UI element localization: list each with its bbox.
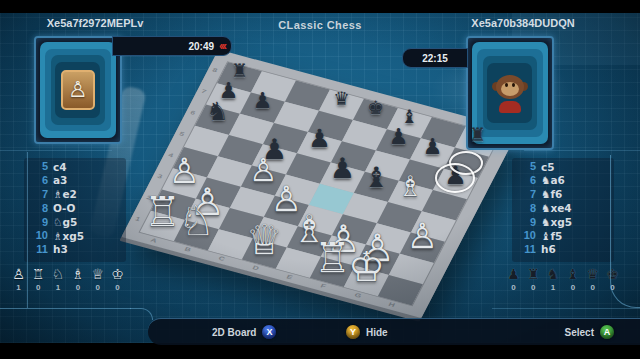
- captured-count: 0: [115, 283, 119, 292]
- monkey-avatar-icon: [493, 73, 527, 113]
- move-text: c5: [541, 162, 555, 173]
- white-bishop-g5[interactable]: ♗: [398, 173, 423, 201]
- rank-label-1: 1: [134, 216, 141, 223]
- x-button-icon[interactable]: X: [262, 325, 276, 339]
- pawn-icon: ♟: [507, 266, 520, 282]
- move-text: ♗xg5: [53, 231, 84, 242]
- file-label-D: D: [251, 264, 260, 271]
- captured-count: 1: [551, 283, 555, 292]
- move-row-right-8: 8♞xe4: [512, 201, 614, 215]
- black-king-e8[interactable]: ♚: [367, 99, 384, 118]
- move-list-left: 5c46a37♗e28O-O9♘g510♗xg511h3: [24, 158, 126, 257]
- queen-icon: ♛: [586, 266, 599, 282]
- captured-slot-queen: ♛0: [584, 266, 601, 292]
- right-top-line: [524, 150, 640, 151]
- a-button-icon[interactable]: A: [600, 325, 614, 339]
- pawn-icon: ♙: [12, 266, 25, 282]
- left-top-line: [0, 150, 112, 151]
- move-number: 10: [512, 230, 536, 241]
- active-clock-indicator: ‹‹‹: [219, 40, 225, 52]
- rank-label-8: 8: [211, 67, 218, 74]
- queen-icon: ♕: [91, 266, 104, 282]
- captured-count: 0: [590, 283, 594, 292]
- rank-label-6: 6: [189, 109, 196, 116]
- black-pawn-d6[interactable]: ♟: [308, 127, 331, 152]
- move-text: ♞f6: [541, 189, 562, 200]
- black-queen-d8[interactable]: ♛: [333, 90, 350, 109]
- bishop-icon: ♝: [567, 266, 580, 282]
- move-row-right-9: 9♞xg5: [512, 215, 614, 229]
- board-2d-label: 2D Board: [212, 327, 256, 338]
- player-left-clock: 20:49 ‹‹‹: [112, 36, 232, 56]
- move-row-left-5: 5c4: [24, 160, 126, 174]
- move-row-left-11: 11h3: [24, 243, 126, 257]
- move-row-left-7: 7♗e2: [24, 188, 126, 202]
- move-text: ♝f5: [541, 231, 562, 242]
- move-row-right-7: 7♞f6: [512, 188, 614, 202]
- black-pawn-g7[interactable]: ♟: [423, 136, 443, 158]
- move-row-right-11: 11h6: [512, 243, 614, 257]
- move-number: 6: [512, 175, 536, 186]
- left-panel-divider: [27, 152, 28, 308]
- file-label-E: E: [285, 274, 293, 281]
- captured-count: 0: [511, 283, 515, 292]
- file-label-G: G: [353, 292, 362, 299]
- white-rook-a1[interactable]: ♖: [144, 192, 181, 233]
- captured-count: 1: [56, 283, 60, 292]
- captured-slot-rook: ♖0: [30, 266, 47, 292]
- y-button-icon[interactable]: Y: [346, 325, 360, 339]
- captured-count: 0: [95, 283, 99, 292]
- move-number: 8: [512, 203, 536, 214]
- rank-label-5: 5: [178, 131, 185, 138]
- move-number: 5: [512, 161, 536, 172]
- captured-slot-bishop: ♝0: [564, 266, 581, 292]
- captured-count: 0: [76, 283, 80, 292]
- clock-left-time: 20:49: [188, 41, 214, 52]
- player-left-name: Xe5a7f2972MEPLv: [10, 17, 180, 29]
- move-row-left-6: 6a3: [24, 174, 126, 188]
- file-label-H: H: [387, 301, 396, 308]
- move-row-left-9: 9♘g5: [24, 215, 126, 229]
- move-text: h6: [541, 244, 556, 255]
- player-left-avatar-card: ♙: [34, 36, 122, 144]
- black-pawn-e5[interactable]: ♟: [330, 154, 355, 182]
- white-king-g1[interactable]: ♔: [348, 247, 385, 288]
- white-pawn-h3[interactable]: ♙: [407, 219, 438, 254]
- white-queen-d1[interactable]: ♕: [246, 220, 283, 261]
- captured-slot-pawn: ♟0: [505, 266, 522, 292]
- black-knight-a6[interactable]: ♞: [206, 99, 229, 124]
- knight-icon: ♘: [52, 266, 65, 282]
- captured-count: 0: [531, 283, 535, 292]
- move-text: ♞xg5: [541, 217, 572, 228]
- move-row-left-8: 8O-O: [24, 201, 126, 215]
- rank-label-7: 7: [200, 88, 207, 95]
- move-text: ♘g5: [53, 217, 77, 228]
- black-pawn-f7[interactable]: ♟: [389, 126, 409, 148]
- black-rook-h8[interactable]: ♜: [469, 126, 486, 145]
- move-list-left-panel: 5c46a37♗e28O-O9♘g510♗xg511h3: [24, 158, 126, 262]
- file-label-A: A: [149, 237, 158, 244]
- page-title: CLassic Chess: [230, 19, 410, 31]
- right-panel-curve: [610, 155, 640, 308]
- left-bottom-line: [0, 308, 131, 309]
- captured-count: 0: [36, 283, 40, 292]
- file-label-F: F: [319, 283, 327, 290]
- captured-tray-black: ♟0♜0♞1♝0♛0♚0: [505, 266, 621, 292]
- captured-slot-knight: ♘1: [50, 266, 67, 292]
- move-number: 7: [512, 189, 536, 200]
- move-text: ♞xe4: [541, 203, 572, 214]
- rook-icon: ♜: [527, 266, 540, 282]
- move-list-right: 5c56♞a67♞f68♞xe49♞xg510♝f511h6: [512, 158, 614, 257]
- captured-slot-knight: ♞1: [545, 266, 562, 292]
- move-number: 11: [512, 244, 536, 255]
- hide-label: Hide: [366, 327, 388, 338]
- move-row-right-5: 5c5: [512, 160, 614, 174]
- bishop-icon: ♗: [72, 266, 85, 282]
- chess-figure-avatar-icon: ♙: [61, 70, 95, 110]
- captured-count: 0: [571, 283, 575, 292]
- select-label: Select: [565, 327, 594, 338]
- rook-icon: ♖: [32, 266, 45, 282]
- white-knight-b1[interactable]: ♘: [178, 201, 215, 242]
- move-text: c4: [53, 162, 67, 173]
- right-bottom-line: [492, 308, 640, 309]
- last-move-to-ring-h6: [435, 163, 475, 193]
- white-rook-f1[interactable]: ♖: [314, 238, 351, 279]
- file-label-C: C: [217, 255, 226, 262]
- move-text: h3: [53, 244, 68, 255]
- move-row-right-6: 6♞a6: [512, 174, 614, 188]
- move-text: ♞a6: [541, 175, 565, 186]
- move-text: ♗e2: [53, 189, 77, 200]
- captured-slot-rook: ♜0: [525, 266, 542, 292]
- captured-slot-pawn: ♙1: [10, 266, 27, 292]
- player-right-clock: 22:15: [402, 48, 468, 68]
- king-icon: ♔: [111, 266, 124, 282]
- captured-count: 1: [16, 283, 20, 292]
- black-pawn-b7[interactable]: ♟: [253, 90, 273, 112]
- captured-slot-king: ♔0: [109, 266, 126, 292]
- player-right-name: Xe5a70b384DUDQN: [438, 17, 608, 29]
- bottom-action-bar: 2D Board X Y Hide Select A: [148, 318, 640, 345]
- move-row-left-10: 10♗xg5: [24, 229, 126, 243]
- move-text: O-O: [53, 203, 75, 214]
- move-text: a3: [53, 175, 67, 186]
- knight-icon: ♞: [547, 266, 560, 282]
- file-label-B: B: [183, 246, 192, 253]
- move-list-right-panel: 5c56♞a67♞f68♞xe49♞xg510♝f511h6: [512, 158, 614, 262]
- move-number: 9: [512, 217, 536, 228]
- move-row-right-10: 10♝f5: [512, 229, 614, 243]
- black-bishop-f5[interactable]: ♝: [364, 164, 389, 192]
- captured-slot-bishop: ♗0: [69, 266, 86, 292]
- rank-label-3: 3: [156, 173, 163, 180]
- clock-right-time: 22:15: [422, 53, 448, 64]
- captured-slot-queen: ♕0: [89, 266, 106, 292]
